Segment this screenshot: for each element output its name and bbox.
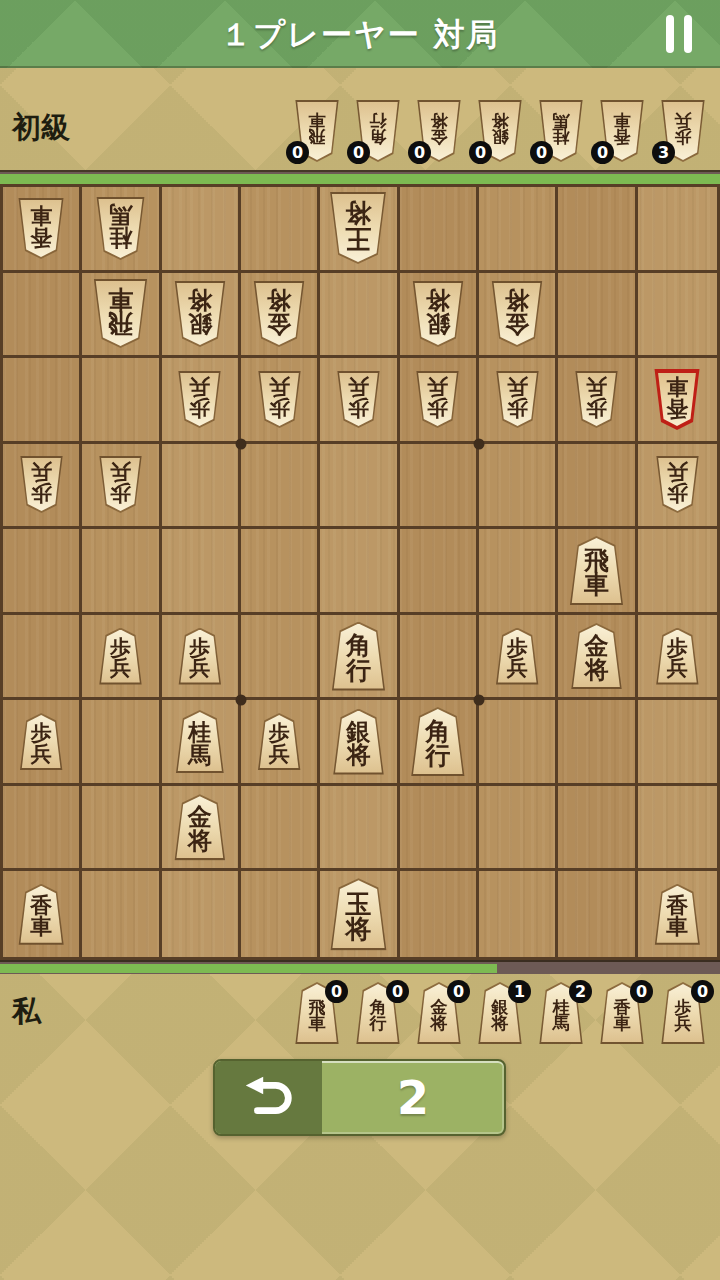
board-cell[interactable]: 歩兵 xyxy=(479,358,558,444)
piece-face: 歩兵 xyxy=(416,373,459,426)
captured-piece[interactable]: 桂馬0 xyxy=(537,100,585,162)
board-piece[interactable]: 飛車 xyxy=(567,536,626,605)
hoshi-dot xyxy=(474,439,485,450)
opponent-hand-tray: 飛車0角行0金将0銀将0桂馬0香車0歩兵3 xyxy=(293,100,707,162)
piece-kanji: 将 xyxy=(188,288,212,312)
piece-kanji: 兵 xyxy=(189,658,210,679)
captured-piece[interactable]: 金将0 xyxy=(415,100,463,162)
board-cell[interactable]: 飛車 xyxy=(558,529,637,615)
board-cell[interactable] xyxy=(162,444,241,530)
pause-icon xyxy=(684,15,692,53)
board-cell[interactable] xyxy=(400,871,479,957)
board-cell[interactable]: 歩兵 xyxy=(479,615,558,701)
board-cell[interactable]: 金将 xyxy=(162,786,241,872)
captured-piece[interactable]: 銀将0 xyxy=(476,100,524,162)
board-cell[interactable] xyxy=(320,786,399,872)
board-cell[interactable] xyxy=(400,187,479,273)
board-cell[interactable] xyxy=(3,615,82,701)
board-cell[interactable] xyxy=(3,358,82,444)
piece-kanji: 兵 xyxy=(110,462,131,483)
piece-face: 歩兵 xyxy=(337,373,380,426)
undo-icon xyxy=(240,1075,298,1121)
piece-kanji: 兵 xyxy=(31,744,52,765)
piece-face: 金将 xyxy=(174,796,226,858)
captured-piece[interactable]: 銀将1 xyxy=(476,982,524,1044)
piece-face: 歩兵 xyxy=(20,715,63,768)
piece-kanji: 香 xyxy=(666,397,688,419)
captured-count: 0 xyxy=(630,980,653,1003)
board-cell[interactable]: 歩兵 xyxy=(162,615,241,701)
piece-kanji: 車 xyxy=(666,376,688,398)
board-piece[interactable]: 銀将 xyxy=(410,281,466,347)
board-cell[interactable]: 角行 xyxy=(400,700,479,786)
piece-kanji: 歩 xyxy=(507,397,528,418)
piece-kanji: 車 xyxy=(30,916,52,938)
board-cell[interactable]: 歩兵 xyxy=(400,358,479,444)
board-cell[interactable] xyxy=(3,786,82,872)
piece-kanji: 歩 xyxy=(427,397,448,418)
piece-kanji: 歩 xyxy=(31,723,52,744)
piece-kanji: 車 xyxy=(614,1015,631,1032)
piece-face: 玉将 xyxy=(329,880,387,948)
piece-kanji: 将 xyxy=(505,288,529,312)
piece-kanji: 兵 xyxy=(269,744,290,765)
board-cell[interactable] xyxy=(82,700,161,786)
board-piece[interactable]: 角行 xyxy=(329,622,388,691)
board-piece[interactable]: 王将 xyxy=(327,192,389,264)
captured-piece[interactable]: 桂馬2 xyxy=(537,982,585,1044)
piece-kanji: 兵 xyxy=(110,658,131,679)
hoshi-dot xyxy=(236,439,247,450)
piece-kanji: 歩 xyxy=(189,638,210,659)
piece-kanji: 兵 xyxy=(667,658,688,679)
board-cell[interactable] xyxy=(638,529,717,615)
captured-piece[interactable]: 角行0 xyxy=(354,100,402,162)
board-cell[interactable] xyxy=(479,444,558,530)
board-cell[interactable]: 歩兵 xyxy=(638,444,717,530)
piece-kanji: 行 xyxy=(370,112,387,129)
piece-kanji: 車 xyxy=(108,287,133,312)
captured-count: 0 xyxy=(325,980,348,1003)
board-cell[interactable] xyxy=(320,529,399,615)
piece-face: 金将 xyxy=(570,625,622,687)
piece-kanji: 馬 xyxy=(109,203,132,226)
piece-kanji: 歩 xyxy=(110,638,131,659)
piece-kanji: 行 xyxy=(346,659,371,684)
board-cell[interactable] xyxy=(241,444,320,530)
piece-kanji: 香 xyxy=(614,129,631,146)
piece-kanji: 歩 xyxy=(189,397,210,418)
board-piece[interactable]: 歩兵 xyxy=(176,628,223,685)
board-cell[interactable]: 香車 xyxy=(3,871,82,957)
board-cell[interactable]: 歩兵 xyxy=(82,615,161,701)
piece-face: 桂馬 xyxy=(175,712,224,771)
piece-face: 香車 xyxy=(656,373,698,426)
board-cell[interactable] xyxy=(558,273,637,359)
board-cell[interactable] xyxy=(558,444,637,530)
captured-piece[interactable]: 香車0 xyxy=(598,100,646,162)
board-cell[interactable]: 歩兵 xyxy=(82,444,161,530)
board-piece[interactable]: 歩兵 xyxy=(654,456,701,513)
board-piece[interactable]: 角行 xyxy=(408,707,467,776)
board-cell[interactable] xyxy=(558,187,637,273)
board-cell[interactable] xyxy=(162,187,241,273)
captured-count: 0 xyxy=(691,980,714,1003)
board-cell[interactable]: 歩兵 xyxy=(162,358,241,444)
board-cell[interactable]: 歩兵 xyxy=(241,358,320,444)
board-piece[interactable]: 桂馬 xyxy=(94,197,147,260)
piece-kanji: 馬 xyxy=(553,1015,570,1032)
piece-kanji: 飛 xyxy=(309,129,326,146)
turn-bar-opponent xyxy=(0,170,720,184)
board-cell[interactable] xyxy=(558,786,637,872)
piece-face: 歩兵 xyxy=(575,373,618,426)
hoshi-dot xyxy=(474,695,485,706)
board-piece[interactable]: 歩兵 xyxy=(414,371,461,428)
board-cell[interactable]: 銀将 xyxy=(320,700,399,786)
board-cell[interactable]: 歩兵 xyxy=(3,700,82,786)
captured-piece[interactable]: 香車0 xyxy=(598,982,646,1044)
board-piece[interactable]: 香車 xyxy=(652,369,702,430)
board-cell[interactable] xyxy=(479,700,558,786)
captured-count: 0 xyxy=(530,141,553,164)
turn-bar-player-fill xyxy=(0,964,497,973)
piece-kanji: 将 xyxy=(584,659,608,683)
board-piece[interactable]: 歩兵 xyxy=(494,371,541,428)
board-cell[interactable] xyxy=(479,786,558,872)
board-cell[interactable] xyxy=(638,786,717,872)
piece-kanji: 金 xyxy=(431,129,448,146)
board-piece[interactable]: 歩兵 xyxy=(176,371,223,428)
board-cell[interactable] xyxy=(638,700,717,786)
board-cell[interactable] xyxy=(320,273,399,359)
board-piece[interactable]: 金将 xyxy=(251,281,307,347)
board-cell[interactable] xyxy=(241,187,320,273)
captured-count: 2 xyxy=(569,980,592,1003)
board-piece[interactable]: 歩兵 xyxy=(18,713,65,770)
piece-kanji: 兵 xyxy=(507,658,528,679)
piece-kanji: 香 xyxy=(30,895,52,917)
piece-kanji: 将 xyxy=(431,1015,448,1032)
piece-kanji: 兵 xyxy=(586,377,607,398)
piece-kanji: 車 xyxy=(309,112,326,129)
piece-kanji: 兵 xyxy=(427,377,448,398)
piece-face: 金将 xyxy=(491,283,543,345)
piece-kanji: 兵 xyxy=(667,462,688,483)
board-piece[interactable]: 歩兵 xyxy=(256,713,303,770)
board-cell[interactable] xyxy=(479,529,558,615)
board-cell[interactable] xyxy=(479,187,558,273)
board-piece[interactable]: 金将 xyxy=(489,281,545,347)
piece-face: 銀将 xyxy=(174,283,226,345)
piece-kanji: 金 xyxy=(267,311,291,335)
piece-kanji: 兵 xyxy=(189,377,210,398)
piece-face: 歩兵 xyxy=(496,630,539,683)
piece-kanji: 将 xyxy=(346,744,370,768)
piece-face: 金将 xyxy=(253,283,305,345)
piece-kanji: 馬 xyxy=(188,744,211,767)
board-cell[interactable] xyxy=(3,529,82,615)
board-cell[interactable] xyxy=(3,273,82,359)
player-hand-tray: 飛車0角行0金将0銀将1桂馬2香車0歩兵0 xyxy=(293,982,707,1044)
board-cell[interactable] xyxy=(400,786,479,872)
turn-bar-opponent-fill xyxy=(0,174,720,184)
piece-kanji: 将 xyxy=(267,288,291,312)
piece-face: 王将 xyxy=(329,194,387,262)
piece-kanji: 桂 xyxy=(553,129,570,146)
board-cell[interactable] xyxy=(479,871,558,957)
board-cell[interactable]: 桂馬 xyxy=(82,187,161,273)
piece-kanji: 歩 xyxy=(348,397,369,418)
board-piece[interactable]: 歩兵 xyxy=(335,371,382,428)
board-cell[interactable] xyxy=(558,871,637,957)
board-cell[interactable]: 銀将 xyxy=(400,273,479,359)
piece-face: 角行 xyxy=(331,624,386,689)
board-piece[interactable]: 歩兵 xyxy=(97,456,144,513)
board-cell[interactable] xyxy=(162,871,241,957)
board-cell[interactable]: 玉将 xyxy=(320,871,399,957)
piece-kanji: 車 xyxy=(614,112,631,129)
piece-face: 飛車 xyxy=(93,281,148,346)
board-piece[interactable]: 桂馬 xyxy=(173,710,226,773)
piece-kanji: 兵 xyxy=(675,1015,692,1032)
undo-counter: 2 xyxy=(322,1061,504,1134)
piece-kanji: 兵 xyxy=(675,112,692,129)
piece-face: 桂馬 xyxy=(96,199,145,258)
piece-kanji: 桂 xyxy=(188,721,211,744)
captured-count: 1 xyxy=(508,980,531,1003)
piece-kanji: 行 xyxy=(425,744,450,769)
board-piece[interactable]: 歩兵 xyxy=(18,456,65,513)
piece-kanji: 銀 xyxy=(492,129,509,146)
piece-face: 歩兵 xyxy=(258,715,301,768)
piece-kanji: 桂 xyxy=(109,226,132,249)
board-piece[interactable]: 金将 xyxy=(172,794,228,860)
piece-kanji: 歩 xyxy=(675,129,692,146)
board-piece[interactable]: 香車 xyxy=(652,884,702,945)
piece-kanji: 車 xyxy=(666,916,688,938)
board-cell[interactable] xyxy=(638,187,717,273)
piece-face: 飛車 xyxy=(569,538,624,603)
piece-kanji: 香 xyxy=(30,226,52,248)
piece-kanji: 将 xyxy=(431,112,448,129)
piece-face: 銀将 xyxy=(332,711,384,773)
piece-face: 歩兵 xyxy=(656,630,699,683)
piece-kanji: 銀 xyxy=(426,311,450,335)
piece-kanji: 車 xyxy=(584,573,609,598)
captured-count: 0 xyxy=(447,980,470,1003)
captured-count: 0 xyxy=(591,141,614,164)
piece-kanji: 車 xyxy=(30,204,52,226)
piece-kanji: 将 xyxy=(492,1015,509,1032)
piece-kanji: 兵 xyxy=(348,377,369,398)
piece-kanji: 歩 xyxy=(667,638,688,659)
piece-face: 歩兵 xyxy=(178,373,221,426)
board-cell[interactable]: 桂馬 xyxy=(162,700,241,786)
captured-count: 0 xyxy=(386,980,409,1003)
board-cell[interactable]: 角行 xyxy=(320,615,399,701)
hoshi-dot xyxy=(236,695,247,706)
piece-kanji: 馬 xyxy=(553,112,570,129)
board-piece[interactable]: 歩兵 xyxy=(573,371,620,428)
board-cell[interactable]: 香車 xyxy=(3,187,82,273)
piece-kanji: 歩 xyxy=(667,483,688,504)
board-cell[interactable]: 歩兵 xyxy=(3,444,82,530)
captured-piece[interactable]: 歩兵0 xyxy=(659,982,707,1044)
captured-piece[interactable]: 飛車0 xyxy=(293,100,341,162)
board-cell[interactable]: 歩兵 xyxy=(241,700,320,786)
board-cell[interactable] xyxy=(241,786,320,872)
board-cell[interactable] xyxy=(400,444,479,530)
captured-piece[interactable]: 飛車0 xyxy=(293,982,341,1044)
board-piece[interactable]: 銀将 xyxy=(330,709,386,775)
board-cell[interactable] xyxy=(82,786,161,872)
board-cell[interactable] xyxy=(320,444,399,530)
piece-kanji: 歩 xyxy=(110,483,131,504)
piece-kanji: 香 xyxy=(666,895,688,917)
board-cell[interactable]: 王将 xyxy=(320,187,399,273)
app-header: １プレーヤー 対局 xyxy=(0,0,720,68)
board-cell[interactable]: 歩兵 xyxy=(558,358,637,444)
board-piece[interactable]: 銀将 xyxy=(172,281,228,347)
pause-button[interactable] xyxy=(656,13,702,55)
piece-face: 香車 xyxy=(18,886,64,943)
captured-count: 3 xyxy=(652,141,675,164)
piece-kanji: 兵 xyxy=(269,377,290,398)
piece-kanji: 将 xyxy=(492,112,509,129)
piece-kanji: 車 xyxy=(309,1015,326,1032)
board-cell[interactable] xyxy=(400,529,479,615)
piece-kanji: 角 xyxy=(346,634,371,659)
piece-kanji: 将 xyxy=(345,917,371,942)
player-panel: 私 飛車0角行0金将0銀将1桂馬2香車0歩兵0 xyxy=(0,974,720,1058)
board-cell[interactable]: 金将 xyxy=(241,273,320,359)
undo-widget[interactable]: 2 xyxy=(213,1059,506,1136)
piece-face: 歩兵 xyxy=(20,458,63,511)
piece-kanji: 将 xyxy=(345,200,371,225)
piece-face: 歩兵 xyxy=(656,458,699,511)
captured-count: 0 xyxy=(408,141,431,164)
captured-count: 0 xyxy=(347,141,370,164)
captured-count: 0 xyxy=(469,141,492,164)
piece-kanji: 行 xyxy=(370,1015,387,1032)
piece-kanji: 兵 xyxy=(507,377,528,398)
captured-count: 0 xyxy=(286,141,309,164)
board-piece[interactable]: 香車 xyxy=(16,198,66,259)
piece-kanji: 将 xyxy=(188,830,212,854)
board-cell[interactable] xyxy=(162,529,241,615)
board-cell[interactable]: 歩兵 xyxy=(638,615,717,701)
board-cell[interactable]: 金将 xyxy=(558,615,637,701)
board-cell[interactable]: 銀将 xyxy=(162,273,241,359)
board-cell[interactable]: 香車 xyxy=(638,358,717,444)
piece-kanji: 角 xyxy=(370,129,387,146)
piece-kanji: 飛 xyxy=(108,311,133,336)
player-label: 私 xyxy=(12,992,41,1032)
piece-kanji: 歩 xyxy=(31,483,52,504)
opponent-label: 初級 xyxy=(12,108,70,148)
piece-kanji: 兵 xyxy=(31,462,52,483)
board-piece[interactable]: 歩兵 xyxy=(494,628,541,685)
board-piece[interactable]: 歩兵 xyxy=(256,371,303,428)
board-cell[interactable] xyxy=(241,871,320,957)
piece-kanji: 将 xyxy=(426,288,450,312)
board-piece[interactable]: 歩兵 xyxy=(654,628,701,685)
piece-face: 歩兵 xyxy=(496,373,539,426)
board-cell[interactable] xyxy=(241,615,320,701)
board-cell[interactable] xyxy=(400,615,479,701)
board-cell[interactable] xyxy=(241,529,320,615)
piece-face: 銀将 xyxy=(412,283,464,345)
piece-face: 香車 xyxy=(654,886,700,943)
captured-piece[interactable]: 角行0 xyxy=(354,982,402,1044)
pause-icon xyxy=(666,15,674,53)
piece-face: 歩兵 xyxy=(99,630,142,683)
opponent-panel: 初級 飛車0角行0金将0銀将0桂馬0香車0歩兵3 xyxy=(0,66,720,170)
piece-kanji: 歩 xyxy=(269,723,290,744)
board-cell[interactable] xyxy=(558,700,637,786)
board-cell[interactable] xyxy=(82,358,161,444)
page-title: １プレーヤー 対局 xyxy=(0,14,720,56)
piece-kanji: 歩 xyxy=(507,638,528,659)
board-cell[interactable]: 香車 xyxy=(638,871,717,957)
board-cell[interactable]: 歩兵 xyxy=(320,358,399,444)
piece-kanji: 王 xyxy=(345,225,371,250)
board-cell[interactable]: 金将 xyxy=(479,273,558,359)
undo-button[interactable] xyxy=(215,1061,322,1134)
turn-bar-player xyxy=(0,960,720,974)
piece-face: 歩兵 xyxy=(258,373,301,426)
board-piece[interactable]: 玉将 xyxy=(327,878,389,950)
piece-face: 角行 xyxy=(410,709,465,774)
piece-kanji: 銀 xyxy=(188,311,212,335)
piece-face: 歩兵 xyxy=(178,630,221,683)
piece-kanji: 歩 xyxy=(586,397,607,418)
board-piece[interactable]: 金将 xyxy=(568,623,624,689)
piece-face: 歩兵 xyxy=(99,458,142,511)
board-cell[interactable] xyxy=(638,273,717,359)
board-piece[interactable]: 香車 xyxy=(16,884,66,945)
captured-piece[interactable]: 金将0 xyxy=(415,982,463,1044)
shogi-board: 香車桂馬王将飛車銀将金将銀将金将歩兵歩兵歩兵歩兵歩兵歩兵香車歩兵歩兵歩兵飛車歩兵… xyxy=(0,184,720,960)
captured-piece[interactable]: 歩兵3 xyxy=(659,100,707,162)
board-cell[interactable] xyxy=(82,529,161,615)
board-cell[interactable]: 飛車 xyxy=(82,273,161,359)
piece-face: 香車 xyxy=(18,200,64,257)
piece-kanji: 歩 xyxy=(269,397,290,418)
board-piece[interactable]: 飛車 xyxy=(91,279,150,348)
piece-kanji: 金 xyxy=(505,311,529,335)
board-piece[interactable]: 歩兵 xyxy=(97,628,144,685)
board-cell[interactable] xyxy=(82,871,161,957)
